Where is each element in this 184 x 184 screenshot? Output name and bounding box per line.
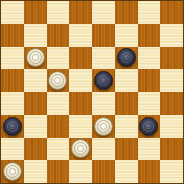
square-r6c6 bbox=[138, 138, 161, 161]
square-r6c4 bbox=[92, 138, 115, 161]
square-r0c0 bbox=[1, 1, 24, 24]
square-r5c0[interactable] bbox=[1, 115, 24, 138]
square-r7c5 bbox=[115, 160, 138, 183]
square-r6c5[interactable] bbox=[115, 138, 138, 161]
white-man[interactable] bbox=[48, 71, 67, 90]
square-r3c2[interactable] bbox=[47, 69, 70, 92]
square-r0c5[interactable] bbox=[115, 1, 138, 24]
square-r4c0 bbox=[1, 92, 24, 115]
white-man[interactable] bbox=[71, 139, 90, 158]
white-man[interactable] bbox=[3, 162, 22, 181]
square-r0c7[interactable] bbox=[160, 1, 183, 24]
square-r7c1 bbox=[24, 160, 47, 183]
square-r1c7 bbox=[160, 24, 183, 47]
square-r4c4 bbox=[92, 92, 115, 115]
square-r4c3[interactable] bbox=[69, 92, 92, 115]
square-r7c4[interactable] bbox=[92, 160, 115, 183]
square-r1c6[interactable] bbox=[138, 24, 161, 47]
square-r0c1[interactable] bbox=[24, 1, 47, 24]
square-r5c5 bbox=[115, 115, 138, 138]
black-man[interactable] bbox=[94, 71, 113, 90]
square-r3c1 bbox=[24, 69, 47, 92]
square-r3c5 bbox=[115, 69, 138, 92]
square-r3c6[interactable] bbox=[138, 69, 161, 92]
square-r7c3 bbox=[69, 160, 92, 183]
square-r7c2[interactable] bbox=[47, 160, 70, 183]
white-man[interactable] bbox=[94, 117, 113, 136]
square-r3c3 bbox=[69, 69, 92, 92]
square-r3c4[interactable] bbox=[92, 69, 115, 92]
square-r3c0[interactable] bbox=[1, 69, 24, 92]
square-r1c4[interactable] bbox=[92, 24, 115, 47]
square-r2c6 bbox=[138, 47, 161, 70]
black-man[interactable] bbox=[117, 48, 136, 67]
square-r5c4[interactable] bbox=[92, 115, 115, 138]
square-r1c1 bbox=[24, 24, 47, 47]
square-r7c0[interactable] bbox=[1, 160, 24, 183]
square-r5c2[interactable] bbox=[47, 115, 70, 138]
square-r6c2 bbox=[47, 138, 70, 161]
square-r7c7 bbox=[160, 160, 183, 183]
square-r1c2[interactable] bbox=[47, 24, 70, 47]
square-r1c5 bbox=[115, 24, 138, 47]
square-r4c5[interactable] bbox=[115, 92, 138, 115]
square-r4c7[interactable] bbox=[160, 92, 183, 115]
square-r0c4 bbox=[92, 1, 115, 24]
square-r2c2 bbox=[47, 47, 70, 70]
square-r2c0 bbox=[1, 47, 24, 70]
square-r0c6 bbox=[138, 1, 161, 24]
square-r5c1 bbox=[24, 115, 47, 138]
square-r6c3[interactable] bbox=[69, 138, 92, 161]
square-r7c6[interactable] bbox=[138, 160, 161, 183]
black-man[interactable] bbox=[3, 117, 22, 136]
square-r5c3 bbox=[69, 115, 92, 138]
square-r0c2 bbox=[47, 1, 70, 24]
square-r3c7 bbox=[160, 69, 183, 92]
square-r2c7[interactable] bbox=[160, 47, 183, 70]
square-r4c6 bbox=[138, 92, 161, 115]
square-r6c1[interactable] bbox=[24, 138, 47, 161]
square-r5c7 bbox=[160, 115, 183, 138]
square-r1c0[interactable] bbox=[1, 24, 24, 47]
square-r1c3 bbox=[69, 24, 92, 47]
white-man[interactable] bbox=[26, 48, 45, 67]
square-r2c1[interactable] bbox=[24, 47, 47, 70]
square-r4c1[interactable] bbox=[24, 92, 47, 115]
square-r4c2 bbox=[47, 92, 70, 115]
checkers-board bbox=[0, 0, 184, 184]
square-r2c3[interactable] bbox=[69, 47, 92, 70]
square-r6c0 bbox=[1, 138, 24, 161]
square-r0c3[interactable] bbox=[69, 1, 92, 24]
square-r2c4 bbox=[92, 47, 115, 70]
square-r6c7[interactable] bbox=[160, 138, 183, 161]
square-r2c5[interactable] bbox=[115, 47, 138, 70]
black-man[interactable] bbox=[139, 117, 158, 136]
square-r5c6[interactable] bbox=[138, 115, 161, 138]
